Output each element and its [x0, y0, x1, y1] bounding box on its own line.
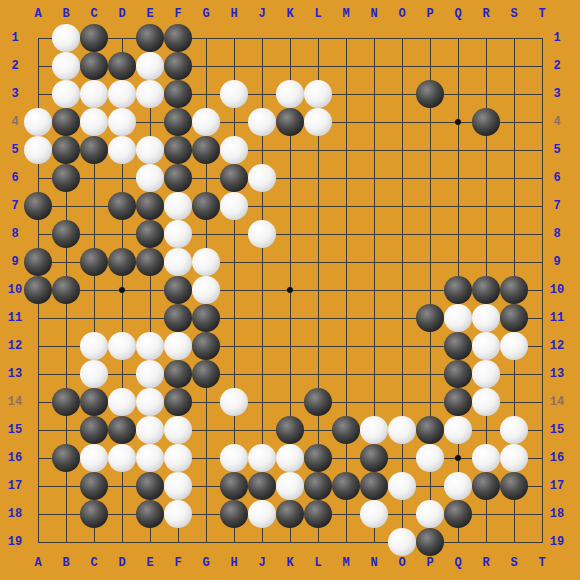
col-label-top: L [314, 8, 321, 20]
row-label-left: 13 [8, 368, 22, 380]
stone-white [136, 136, 164, 164]
stone-white [248, 220, 276, 248]
stone-black [500, 276, 528, 304]
row-label-left: 11 [8, 312, 22, 324]
stone-white [164, 220, 192, 248]
stone-white [304, 80, 332, 108]
col-label-bottom: S [510, 557, 517, 569]
stone-black [500, 304, 528, 332]
col-label-top: D [118, 8, 125, 20]
stone-black [80, 472, 108, 500]
stone-black [304, 444, 332, 472]
stone-black [304, 472, 332, 500]
stone-black [248, 472, 276, 500]
grid-line [346, 38, 347, 543]
col-label-bottom: T [538, 557, 545, 569]
stone-black [24, 276, 52, 304]
row-label-left: 12 [8, 340, 22, 352]
stone-white [472, 332, 500, 360]
stone-white [444, 304, 472, 332]
stone-white [52, 52, 80, 80]
stone-black [220, 164, 248, 192]
row-label-left: 18 [8, 508, 22, 520]
stone-black [164, 24, 192, 52]
row-label-left: 8 [11, 228, 18, 240]
stone-black [80, 136, 108, 164]
row-label-left: 19 [8, 536, 22, 548]
col-label-top: F [174, 8, 181, 20]
stone-black [164, 304, 192, 332]
stone-black [80, 388, 108, 416]
col-label-top: A [34, 8, 41, 20]
col-label-bottom: J [258, 557, 265, 569]
stone-black [164, 164, 192, 192]
stone-black [500, 472, 528, 500]
stone-white [360, 500, 388, 528]
stone-white [500, 332, 528, 360]
stone-black [164, 276, 192, 304]
col-label-top: P [426, 8, 433, 20]
stone-white [388, 416, 416, 444]
stone-white [164, 416, 192, 444]
row-label-left: 4 [11, 116, 18, 128]
stone-black [164, 52, 192, 80]
stone-white [500, 444, 528, 472]
stone-white [220, 388, 248, 416]
stone-black [472, 276, 500, 304]
stone-white [24, 136, 52, 164]
col-label-top: B [62, 8, 69, 20]
row-label-left: 5 [11, 144, 18, 156]
row-label-left: 9 [11, 256, 18, 268]
stone-black [164, 360, 192, 388]
stone-black [192, 192, 220, 220]
row-label-right: 13 [550, 368, 564, 380]
col-label-top: R [482, 8, 489, 20]
col-label-bottom: O [398, 557, 405, 569]
stone-black [80, 416, 108, 444]
stone-white [108, 80, 136, 108]
col-label-top: Q [454, 8, 461, 20]
row-label-right: 4 [553, 116, 560, 128]
stone-white [164, 332, 192, 360]
stone-black [444, 360, 472, 388]
col-label-bottom: N [370, 557, 377, 569]
col-label-bottom: H [230, 557, 237, 569]
row-label-left: 7 [11, 200, 18, 212]
row-label-right: 11 [550, 312, 564, 324]
stone-black [444, 332, 472, 360]
stone-black [136, 24, 164, 52]
stone-black [444, 388, 472, 416]
stone-white [136, 444, 164, 472]
stone-white [108, 388, 136, 416]
stone-black [108, 416, 136, 444]
stone-white [220, 192, 248, 220]
stone-black [52, 164, 80, 192]
col-label-top: T [538, 8, 545, 20]
stone-black [164, 80, 192, 108]
col-label-bottom: K [286, 557, 293, 569]
row-label-right: 6 [553, 172, 560, 184]
stone-white [80, 332, 108, 360]
row-label-right: 7 [553, 200, 560, 212]
stone-white [388, 472, 416, 500]
stone-black [416, 416, 444, 444]
stone-black [472, 472, 500, 500]
stone-white [472, 360, 500, 388]
col-label-bottom: E [146, 557, 153, 569]
row-label-left: 17 [8, 480, 22, 492]
stone-white [388, 528, 416, 556]
stone-white [108, 108, 136, 136]
col-label-top: N [370, 8, 377, 20]
stone-white [472, 444, 500, 472]
stone-black [444, 500, 472, 528]
stone-white [80, 360, 108, 388]
stone-white [164, 444, 192, 472]
row-label-right: 9 [553, 256, 560, 268]
col-label-bottom: F [174, 557, 181, 569]
stone-white [108, 332, 136, 360]
row-label-left: 2 [11, 60, 18, 72]
stone-black [108, 248, 136, 276]
stone-black [136, 472, 164, 500]
stone-black [164, 388, 192, 416]
stone-black [192, 332, 220, 360]
stone-black [276, 108, 304, 136]
stone-white [164, 248, 192, 276]
stone-white [416, 500, 444, 528]
col-label-bottom: Q [454, 557, 461, 569]
stone-white [248, 444, 276, 472]
col-label-bottom: C [90, 557, 97, 569]
stone-white [136, 388, 164, 416]
stone-white [52, 80, 80, 108]
col-label-bottom: L [314, 557, 321, 569]
star-point [455, 455, 461, 461]
stone-black [52, 388, 80, 416]
stone-black [52, 276, 80, 304]
stone-black [416, 304, 444, 332]
stone-white [472, 388, 500, 416]
col-label-bottom: R [482, 557, 489, 569]
stone-black [108, 192, 136, 220]
col-label-bottom: A [34, 557, 41, 569]
stone-black [136, 192, 164, 220]
stone-white [136, 360, 164, 388]
stone-black [164, 136, 192, 164]
row-label-left: 3 [11, 88, 18, 100]
stone-black [80, 500, 108, 528]
col-label-bottom: B [62, 557, 69, 569]
stone-white [52, 24, 80, 52]
stone-black [304, 500, 332, 528]
grid-line [38, 542, 543, 543]
stone-black [220, 472, 248, 500]
stone-white [500, 416, 528, 444]
stone-black [360, 444, 388, 472]
stone-white [220, 80, 248, 108]
stone-white [24, 108, 52, 136]
stone-black [332, 416, 360, 444]
grid-line [542, 38, 543, 543]
stone-black [360, 472, 388, 500]
stone-black [332, 472, 360, 500]
stone-white [136, 416, 164, 444]
stone-black [52, 108, 80, 136]
stone-white [276, 444, 304, 472]
stone-white [220, 444, 248, 472]
stone-black [24, 248, 52, 276]
row-label-left: 6 [11, 172, 18, 184]
stone-white [472, 304, 500, 332]
stone-white [192, 276, 220, 304]
stone-black [52, 220, 80, 248]
go-board[interactable]: AABBCCDDEEFFGGHHJJKKLLMMNNOOPPQQRRSSTT11… [0, 0, 580, 580]
row-label-left: 1 [11, 32, 18, 44]
stone-black [416, 80, 444, 108]
col-label-top: G [202, 8, 209, 20]
stone-white [192, 108, 220, 136]
stone-black [444, 276, 472, 304]
stone-black [472, 108, 500, 136]
stone-black [24, 192, 52, 220]
row-label-right: 5 [553, 144, 560, 156]
row-label-left: 15 [8, 424, 22, 436]
star-point [455, 119, 461, 125]
col-label-top: C [90, 8, 97, 20]
stone-black [276, 416, 304, 444]
stone-black [164, 108, 192, 136]
stone-white [360, 416, 388, 444]
star-point [119, 287, 125, 293]
row-label-right: 8 [553, 228, 560, 240]
stone-black [136, 500, 164, 528]
stone-white [248, 164, 276, 192]
row-label-right: 14 [550, 396, 564, 408]
stone-black [304, 388, 332, 416]
stone-white [416, 444, 444, 472]
row-label-right: 15 [550, 424, 564, 436]
stone-white [276, 80, 304, 108]
grid-line [402, 38, 403, 543]
stone-white [164, 192, 192, 220]
row-label-right: 3 [553, 88, 560, 100]
stone-black [80, 52, 108, 80]
stone-black [136, 248, 164, 276]
row-label-right: 16 [550, 452, 564, 464]
stone-black [108, 52, 136, 80]
stone-white [248, 500, 276, 528]
stone-white [276, 472, 304, 500]
stone-black [52, 136, 80, 164]
col-label-top: S [510, 8, 517, 20]
stone-black [80, 248, 108, 276]
stone-white [136, 52, 164, 80]
stone-black [276, 500, 304, 528]
col-label-bottom: D [118, 557, 125, 569]
stone-white [108, 136, 136, 164]
stone-black [416, 528, 444, 556]
row-label-left: 14 [8, 396, 22, 408]
stone-black [80, 24, 108, 52]
row-label-left: 16 [8, 452, 22, 464]
star-point [287, 287, 293, 293]
stone-black [192, 304, 220, 332]
stone-black [136, 220, 164, 248]
col-label-top: J [258, 8, 265, 20]
stone-black [220, 500, 248, 528]
stone-white [444, 416, 472, 444]
col-label-top: O [398, 8, 405, 20]
stone-white [192, 248, 220, 276]
col-label-bottom: P [426, 557, 433, 569]
stone-white [80, 108, 108, 136]
stone-white [136, 164, 164, 192]
stone-white [164, 472, 192, 500]
row-label-right: 12 [550, 340, 564, 352]
stone-white [164, 500, 192, 528]
stone-black [192, 360, 220, 388]
col-label-top: E [146, 8, 153, 20]
stone-black [52, 444, 80, 472]
col-label-bottom: G [202, 557, 209, 569]
stone-white [80, 444, 108, 472]
stone-white [136, 80, 164, 108]
row-label-right: 19 [550, 536, 564, 548]
row-label-right: 1 [553, 32, 560, 44]
stone-white [108, 444, 136, 472]
row-label-right: 18 [550, 508, 564, 520]
row-label-right: 10 [550, 284, 564, 296]
stone-white [220, 136, 248, 164]
row-label-right: 17 [550, 480, 564, 492]
stone-white [248, 108, 276, 136]
col-label-top: H [230, 8, 237, 20]
stone-white [444, 472, 472, 500]
stone-white [304, 108, 332, 136]
col-label-top: K [286, 8, 293, 20]
row-label-left: 10 [8, 284, 22, 296]
row-label-right: 2 [553, 60, 560, 72]
stone-black [192, 136, 220, 164]
col-label-top: M [342, 8, 349, 20]
stone-white [136, 332, 164, 360]
stone-white [80, 80, 108, 108]
col-label-bottom: M [342, 557, 349, 569]
